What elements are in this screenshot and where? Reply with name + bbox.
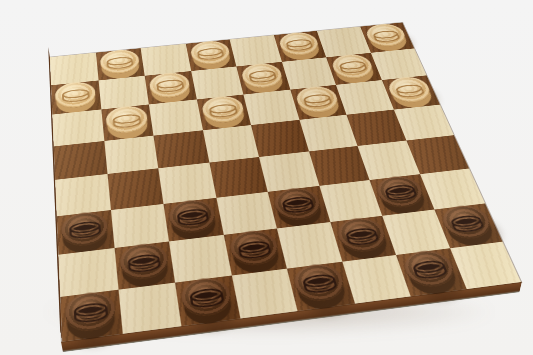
- square-c5: [153, 130, 208, 168]
- square-a2: [58, 248, 118, 296]
- light-man: ⛀: [189, 40, 232, 67]
- square-c3: ⛂: [163, 197, 223, 241]
- square-f1: [342, 255, 411, 304]
- dark-man: ⛂: [65, 289, 118, 333]
- square-b1: [118, 282, 181, 334]
- square-c2: [169, 235, 231, 282]
- square-a3: ⛂: [57, 210, 114, 255]
- light-man: ⛀: [240, 62, 286, 90]
- dark-man: ⛂: [373, 174, 428, 209]
- square-h4: [406, 135, 469, 174]
- photo-scene: ⛀⛀⛀⛀⛀⛀⛀⛀⛀⛀⛀⛀⛂⛂⛂⛂⛂⛂⛂⛂⛂⛂⛂⛂: [0, 0, 533, 355]
- square-h2: ⛂: [434, 203, 502, 247]
- light-man: ⛀: [99, 48, 141, 75]
- square-g3: ⛂: [369, 174, 433, 216]
- square-e1: ⛂: [287, 261, 355, 311]
- square-b5: [104, 135, 158, 174]
- square-g2: [382, 210, 449, 255]
- square-f3: [319, 180, 382, 222]
- square-d4: [209, 157, 268, 197]
- dark-man: ⛂: [271, 186, 324, 222]
- square-e2: [277, 222, 342, 268]
- square-d1: [231, 268, 297, 318]
- square-c4: [158, 163, 216, 204]
- square-e4: [259, 151, 319, 191]
- square-h3: [419, 168, 485, 209]
- square-b2: ⛂: [114, 241, 175, 289]
- dark-man: ⛂: [291, 261, 348, 303]
- square-a5: [54, 141, 107, 180]
- square-h1: [449, 241, 520, 289]
- square-g1: ⛂: [396, 248, 466, 296]
- light-man: ⛀: [277, 31, 322, 57]
- square-b3: [110, 204, 169, 248]
- square-f2: ⛂: [330, 216, 396, 262]
- square-a1: ⛂: [60, 289, 122, 341]
- dark-man: ⛂: [438, 203, 496, 241]
- dark-man: ⛂: [400, 248, 460, 289]
- light-man: ⛀: [200, 95, 246, 125]
- dark-man: ⛂: [227, 229, 281, 269]
- light-man: ⛀: [293, 85, 341, 114]
- checkers-board: ⛀⛀⛀⛀⛀⛀⛀⛀⛀⛀⛀⛀⛂⛂⛂⛂⛂⛂⛂⛂⛂⛂⛂⛂: [50, 23, 521, 342]
- dark-man: ⛂: [179, 275, 234, 318]
- square-c1: ⛂: [175, 275, 240, 326]
- light-man: ⛀: [104, 104, 149, 135]
- square-e3: ⛂: [268, 186, 330, 229]
- square-a4: [55, 174, 110, 216]
- light-man: ⛀: [363, 23, 409, 48]
- dark-man: ⛂: [118, 242, 170, 282]
- square-d2: ⛂: [223, 228, 287, 275]
- light-man: ⛀: [55, 80, 97, 109]
- light-man: ⛀: [385, 75, 434, 104]
- light-man: ⛀: [329, 53, 376, 80]
- square-d3: [216, 191, 277, 234]
- dark-man: ⛂: [167, 198, 218, 235]
- dark-man: ⛂: [61, 210, 110, 248]
- square-b4: [107, 168, 163, 209]
- light-man: ⛀: [148, 71, 192, 99]
- dark-man: ⛂: [334, 216, 390, 255]
